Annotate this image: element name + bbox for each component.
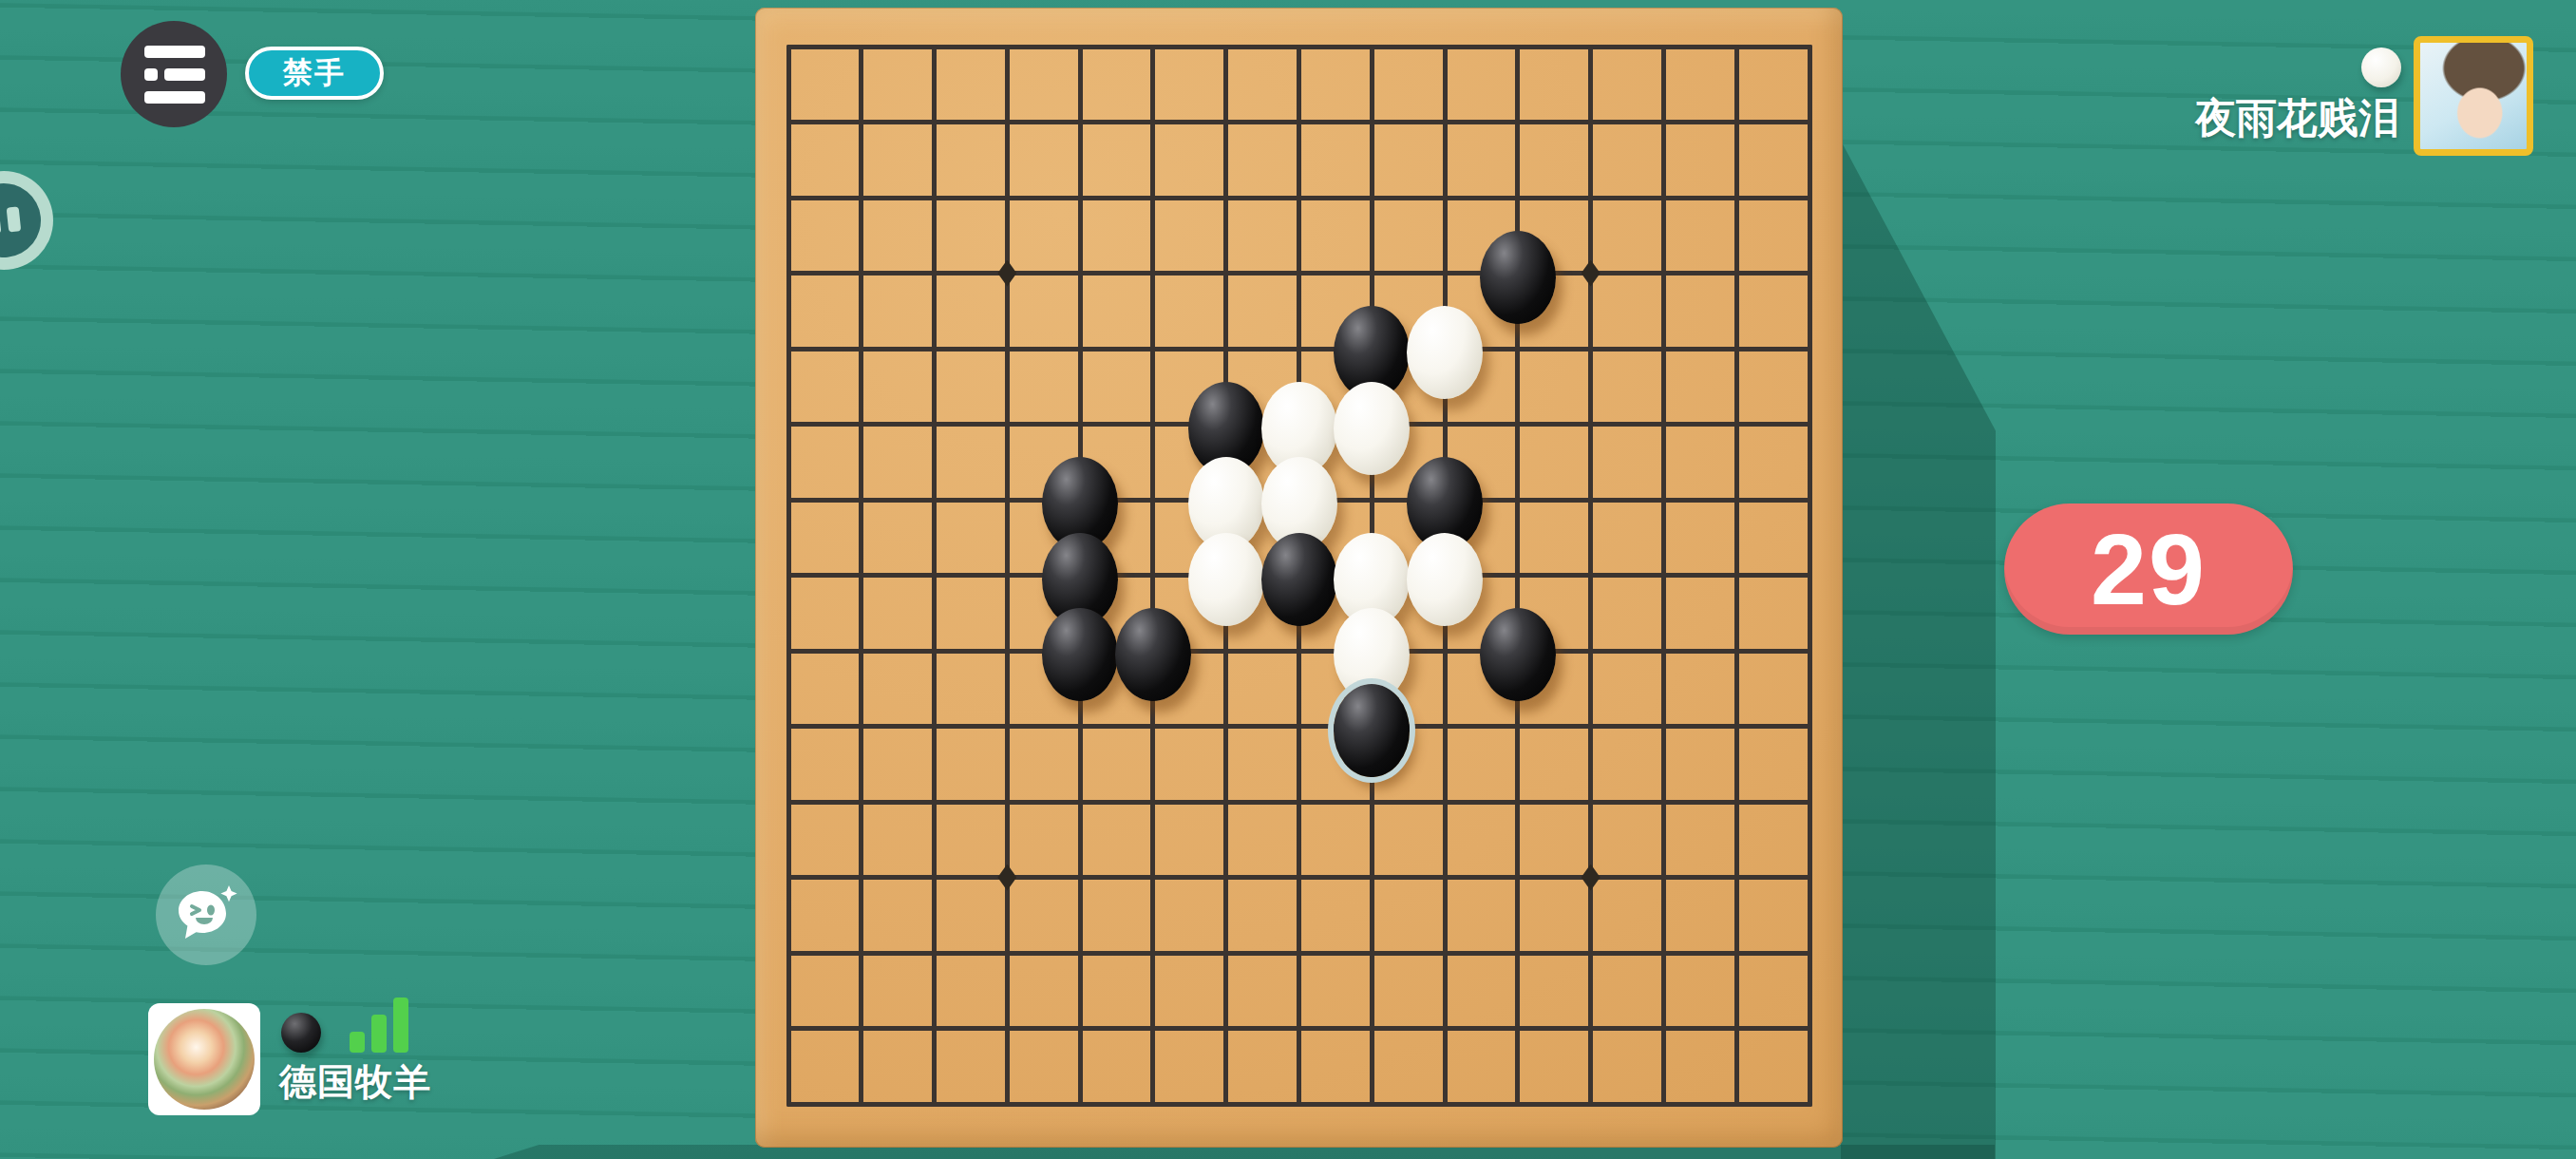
black-stone-H8 (1261, 533, 1337, 626)
grid-line-vertical (1808, 45, 1812, 1107)
white-stone-G8 (1188, 533, 1264, 626)
grid-line-vertical (1515, 45, 1520, 1107)
gomoku-board[interactable] (755, 8, 1843, 1148)
white-stone-J8 (1407, 533, 1483, 626)
player-avatar[interactable] (148, 1003, 260, 1115)
board-cast-shadow-right (1841, 141, 1996, 1159)
grid-line-vertical (1661, 45, 1666, 1107)
chat-emoji-bubble-icon (173, 883, 239, 946)
player-name: 德国牧羊 (279, 1056, 431, 1108)
grid-line-horizontal (786, 951, 1812, 956)
player-avatar-image (154, 1009, 255, 1110)
connection-strength-icon (350, 997, 410, 1053)
side-drawer-handle[interactable] (0, 171, 53, 270)
last-move-black-stone-I6 (1334, 684, 1410, 777)
grid-line-horizontal (786, 1026, 1812, 1031)
opponent-name: 夜雨花贱泪 (2019, 91, 2399, 146)
star-point (1582, 260, 1601, 287)
grid-line-vertical (1734, 45, 1739, 1107)
star-point (1582, 864, 1601, 891)
forbidden-move-rule-badge[interactable]: 禁手 (245, 47, 384, 100)
hamburger-menu-icon (144, 46, 205, 104)
grid-line-horizontal (786, 724, 1812, 729)
rule-badge-label: 禁手 (283, 53, 346, 93)
timer-value: 29 (2091, 512, 2207, 627)
grid-line-horizontal (786, 1102, 1812, 1107)
star-point (997, 260, 1016, 287)
player-stone-color-black (281, 1013, 321, 1053)
grid-line-horizontal (786, 800, 1812, 805)
black-stone-E7 (1042, 608, 1118, 701)
opponent-stone-color-white (2361, 47, 2401, 87)
chat-button[interactable] (156, 864, 256, 965)
drawer-handle-pause-icon (0, 180, 45, 261)
black-stone-K12 (1480, 231, 1556, 324)
game-screen: 禁手 夜雨花贱泪 29 德国牧羊 (0, 0, 2576, 1159)
white-stone-J11 (1407, 306, 1483, 399)
white-stone-I10 (1334, 382, 1410, 475)
grid-line-horizontal (786, 649, 1812, 654)
black-stone-K7 (1480, 608, 1556, 701)
star-point (997, 864, 1016, 891)
grid-line-horizontal (786, 875, 1812, 880)
grid-line-vertical (1588, 45, 1593, 1107)
opponent-avatar[interactable] (2414, 36, 2533, 156)
black-stone-F7 (1115, 608, 1191, 701)
menu-button[interactable] (121, 21, 227, 127)
move-timer: 29 (2004, 503, 2293, 635)
